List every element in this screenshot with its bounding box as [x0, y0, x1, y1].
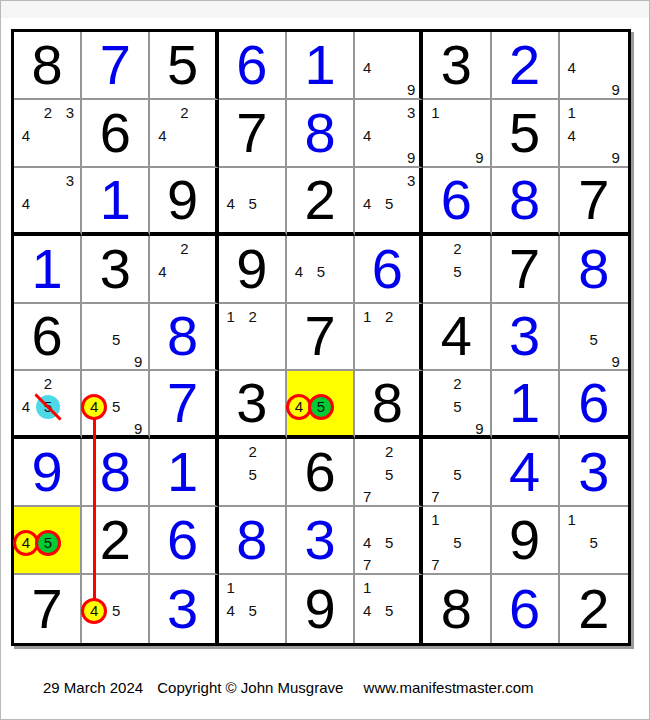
top-band: [1, 1, 649, 18]
solved-digit: 2: [492, 32, 558, 98]
given-digit: 9: [287, 575, 353, 643]
cell-r8c6: 457: [355, 507, 423, 575]
given-digit: 3: [219, 371, 285, 435]
solved-digit: 6: [219, 32, 285, 98]
candidate-4: 4: [357, 532, 377, 554]
solved-digit: 6: [423, 168, 489, 232]
cell-r3c3: 9: [150, 168, 218, 236]
cell-r2c4: 7: [219, 100, 287, 168]
cell-r6c7: 259: [423, 371, 491, 439]
solved-digit: 6: [355, 236, 419, 302]
candidate-7: 7: [425, 486, 445, 508]
candidate-5: 5: [584, 329, 604, 351]
candidate-5: 5: [379, 193, 399, 215]
cell-r5c6: 12: [355, 304, 423, 372]
solved-digit: 6: [150, 507, 214, 573]
candidate-2: 2: [38, 373, 58, 395]
solved-digit: 6: [560, 371, 628, 435]
cell-r6c8: 1: [492, 371, 560, 439]
cell-r7c6: 257: [355, 439, 423, 507]
cell-r2c2: 6: [82, 100, 150, 168]
candidate-1: 1: [357, 577, 377, 599]
candidate-4: 4: [152, 125, 172, 147]
candidate-2: 2: [447, 238, 467, 260]
solved-digit: 8: [287, 100, 353, 166]
candidate-9: 9: [469, 418, 489, 440]
cell-r7c7: 57: [423, 439, 491, 507]
solved-digit: 6: [492, 575, 558, 643]
cell-r3c8: 8: [492, 168, 560, 236]
candidate-1: 1: [357, 306, 377, 328]
candidate-4: 4: [16, 125, 36, 147]
cell-r9c3: 3: [150, 575, 218, 643]
candidate-5: 5: [243, 464, 263, 486]
given-digit: 4: [423, 304, 489, 370]
cell-r8c9: 15: [560, 507, 628, 575]
cell-r4c6: 6: [355, 236, 423, 304]
cell-r1c2: 7: [82, 32, 150, 100]
cell-r4c9: 8: [560, 236, 628, 304]
candidate-5: 5: [379, 464, 399, 486]
candidate-5: 5: [447, 261, 467, 283]
cell-r7c1: 9: [14, 439, 82, 507]
candidate-4: 4: [221, 600, 241, 622]
cell-r9c1: 7: [14, 575, 82, 643]
cell-r1c8: 2: [492, 32, 560, 100]
cell-r8c3: 6: [150, 507, 218, 575]
candidate-5: 5: [379, 532, 399, 554]
given-digit: 9: [219, 236, 285, 302]
chain-link-line: [93, 407, 96, 612]
candidate-4: 4: [221, 193, 241, 215]
given-digit: 7: [287, 304, 353, 370]
candidate-3: 3: [60, 102, 80, 124]
given-digit: 9: [150, 168, 214, 232]
candidate-3: 3: [401, 102, 421, 124]
cell-r6c4: 3: [219, 371, 287, 439]
cell-r6c5: 45: [287, 371, 355, 439]
cell-r4c8: 7: [492, 236, 560, 304]
cell-r4c5: 45: [287, 236, 355, 304]
cell-r9c5: 9: [287, 575, 355, 643]
footer-website: www.manifestmaster.com: [364, 679, 534, 696]
given-digit: 3: [423, 32, 489, 98]
cell-r2c3: 24: [150, 100, 218, 168]
candidate-2: 2: [379, 306, 399, 328]
candidate-2: 2: [174, 238, 194, 260]
candidate-9: 9: [401, 147, 421, 169]
candidate-1: 1: [221, 577, 241, 599]
cell-r9c6: 145: [355, 575, 423, 643]
candidate-4: 4: [152, 261, 172, 283]
cell-r1c5: 1: [287, 32, 355, 100]
candidate-5: 5: [243, 193, 263, 215]
solved-digit: 4: [492, 439, 558, 505]
given-digit: 7: [492, 236, 558, 302]
solved-digit: 1: [287, 32, 353, 98]
candidate-5-eliminated-cyan: 5: [36, 395, 60, 419]
cell-r1c1: 8: [14, 32, 82, 100]
given-digit: 3: [82, 236, 148, 302]
cell-r8c1: 45: [14, 507, 82, 575]
candidate-5: 5: [447, 532, 467, 554]
cell-r2c5: 8: [287, 100, 355, 168]
cell-r3c2: 1: [82, 168, 150, 236]
cell-r8c8: 9: [492, 507, 560, 575]
candidate-5-circled-green: 5: [35, 530, 61, 556]
candidate-9: 9: [128, 418, 148, 440]
candidate-9: 9: [128, 351, 148, 373]
candidate-4: 4: [357, 600, 377, 622]
cell-r4c7: 25: [423, 236, 491, 304]
cell-r1c4: 6: [219, 32, 287, 100]
cell-r3c1: 34: [14, 168, 82, 236]
cell-r7c9: 3: [560, 439, 628, 507]
candidate-1: 1: [425, 509, 445, 531]
given-digit: 8: [355, 371, 419, 435]
cell-r9c8: 6: [492, 575, 560, 643]
given-digit: 6: [14, 304, 80, 370]
solved-digit: 7: [82, 32, 148, 98]
solved-digit: 8: [492, 168, 558, 232]
cell-r4c4: 9: [219, 236, 287, 304]
cell-r1c7: 3: [423, 32, 491, 100]
candidate-2: 2: [379, 441, 399, 463]
given-digit: 7: [219, 100, 285, 166]
candidate-4: 4: [16, 193, 36, 215]
candidate-4: 4: [357, 125, 377, 147]
candidate-5: 5: [447, 464, 467, 486]
given-digit: 5: [492, 100, 558, 166]
candidate-4: 4: [16, 396, 36, 418]
solved-digit: 7: [150, 371, 214, 435]
candidate-4-circled-yellow: 4: [81, 598, 107, 624]
cell-r5c2: 59: [82, 304, 150, 372]
candidate-4: 4: [357, 193, 377, 215]
solved-digit: 8: [150, 304, 214, 370]
candidate-5: 5: [379, 600, 399, 622]
cell-r7c3: 1: [150, 439, 218, 507]
candidate-9: 9: [606, 147, 626, 169]
cell-r8c7: 157: [423, 507, 491, 575]
solved-digit: 3: [492, 304, 558, 370]
candidate-5: 5: [584, 532, 604, 554]
cell-r8c5: 3: [287, 507, 355, 575]
given-digit: 6: [287, 439, 353, 505]
candidate-9: 9: [606, 79, 626, 101]
cell-r3c7: 6: [423, 168, 491, 236]
candidate-9: 9: [606, 351, 626, 373]
given-digit: 6: [82, 100, 148, 166]
candidate-2: 2: [243, 441, 263, 463]
cell-r6c9: 6: [560, 371, 628, 439]
cell-r3c5: 2: [287, 168, 355, 236]
cell-r5c7: 4: [423, 304, 491, 372]
candidate-4: 4: [562, 57, 582, 79]
candidate-4: 4: [562, 125, 582, 147]
cell-r6c3: 7: [150, 371, 218, 439]
cell-r4c2: 3: [82, 236, 150, 304]
cell-r7c4: 25: [219, 439, 287, 507]
candidate-9: 9: [401, 79, 421, 101]
candidate-4: 4: [289, 261, 309, 283]
cell-r9c9: 2: [560, 575, 628, 643]
candidate-9: 9: [469, 147, 489, 169]
given-digit: 8: [423, 575, 489, 643]
cell-r5c5: 7: [287, 304, 355, 372]
candidate-5: 5: [106, 396, 126, 418]
cell-r4c3: 24: [150, 236, 218, 304]
candidate-3: 3: [60, 170, 80, 192]
candidate-4: 4: [357, 57, 377, 79]
given-digit: 7: [14, 575, 80, 643]
candidate-2: 2: [447, 373, 467, 395]
cell-r3c4: 45: [219, 168, 287, 236]
cell-r5c1: 6: [14, 304, 82, 372]
cell-r5c3: 8: [150, 304, 218, 372]
candidate-2: 2: [174, 102, 194, 124]
given-digit: 2: [287, 168, 353, 232]
given-digit: 9: [492, 507, 558, 573]
candidate-1: 1: [562, 509, 582, 531]
given-digit: 5: [150, 32, 214, 98]
candidate-1: 1: [562, 102, 582, 124]
cell-r3c6: 345: [355, 168, 423, 236]
cell-r3c9: 7: [560, 168, 628, 236]
cell-r2c6: 349: [355, 100, 423, 168]
cell-r8c4: 8: [219, 507, 287, 575]
cell-r1c6: 49: [355, 32, 423, 100]
cell-r5c8: 3: [492, 304, 560, 372]
cell-r6c1: 245: [14, 371, 82, 439]
cell-r7c5: 6: [287, 439, 355, 507]
cell-r9c4: 145: [219, 575, 287, 643]
given-digit: 8: [14, 32, 80, 98]
cell-r2c1: 234: [14, 100, 82, 168]
given-digit: 7: [560, 168, 628, 232]
candidate-1: 1: [221, 306, 241, 328]
cell-r9c7: 8: [423, 575, 491, 643]
cell-r7c8: 4: [492, 439, 560, 507]
candidate-7: 7: [425, 554, 445, 576]
solved-digit: 1: [150, 439, 214, 505]
cell-r5c4: 12: [219, 304, 287, 372]
candidate-1: 1: [425, 102, 445, 124]
candidate-2: 2: [243, 306, 263, 328]
solved-digit: 9: [14, 439, 80, 505]
solved-digit: 1: [82, 168, 148, 232]
footer-date: 29 March 2024: [43, 679, 143, 696]
candidate-5: 5: [106, 329, 126, 351]
cell-r2c7: 19: [423, 100, 491, 168]
cell-r2c8: 5: [492, 100, 560, 168]
candidate-3: 3: [401, 170, 421, 192]
cell-r4c1: 1: [14, 236, 82, 304]
candidate-7: 7: [357, 486, 377, 508]
cell-r5c9: 59: [560, 304, 628, 372]
solved-digit: 3: [560, 439, 628, 505]
candidate-7: 7: [357, 554, 377, 576]
candidate-5: 5: [243, 600, 263, 622]
cell-r1c3: 5: [150, 32, 218, 100]
sudoku-page: 8756149324923462478349195149341945234568…: [0, 0, 650, 720]
footer-copyright: Copyright © John Musgrave: [157, 679, 343, 696]
solved-digit: 8: [219, 507, 285, 573]
candidate-5: 5: [311, 261, 331, 283]
candidate-5: 5: [106, 600, 126, 622]
solved-digit: 1: [14, 236, 80, 302]
given-digit: 2: [560, 575, 628, 643]
candidate-5: 5: [447, 396, 467, 418]
solved-digit: 3: [150, 575, 214, 643]
candidate-2: 2: [38, 102, 58, 124]
footer: 29 March 2024 Copyright © John Musgrave …: [43, 679, 534, 696]
cell-r6c6: 8: [355, 371, 423, 439]
solved-digit: 8: [560, 236, 628, 302]
cell-r2c9: 149: [560, 100, 628, 168]
cell-r1c9: 49: [560, 32, 628, 100]
solved-digit: 3: [287, 507, 353, 573]
solved-digit: 1: [492, 371, 558, 435]
candidate-4-circled-yellow: 4: [81, 394, 107, 420]
candidate-5-circled-green: 5: [308, 394, 334, 420]
sudoku-board: 8756149324923462478349195149341945234568…: [11, 29, 631, 646]
